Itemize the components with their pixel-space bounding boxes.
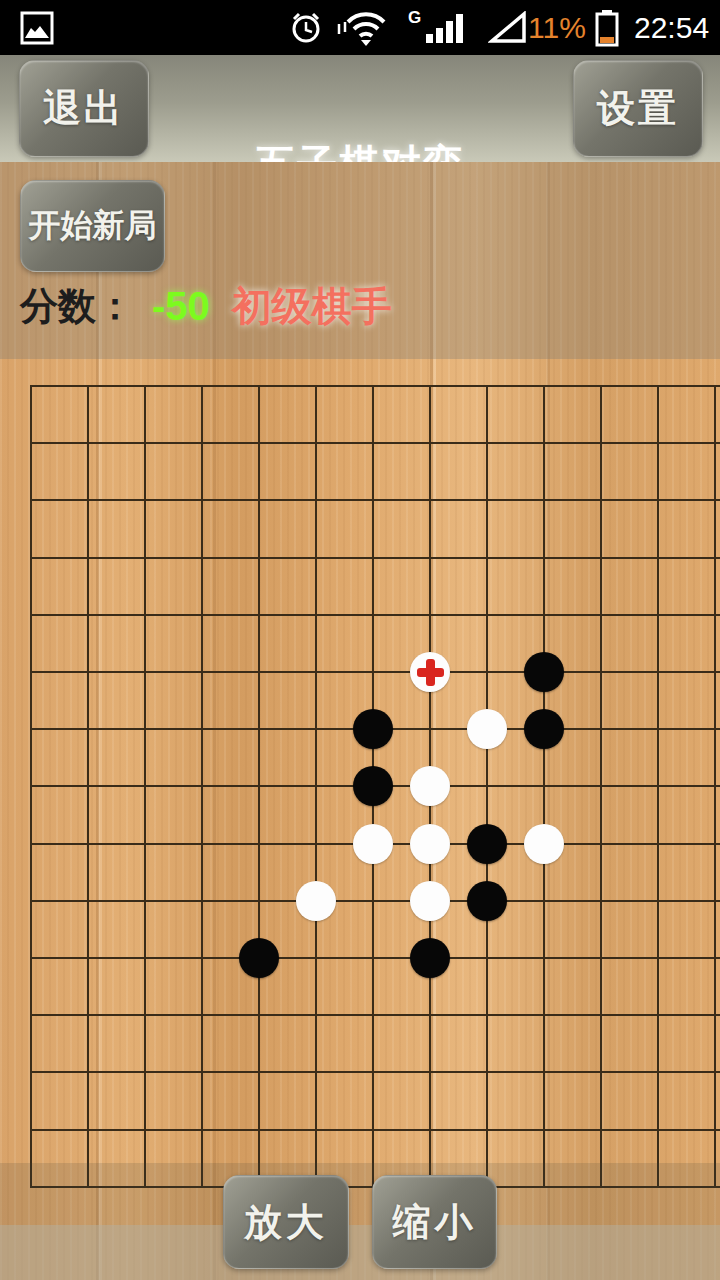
last-move-cross-icon — [410, 652, 450, 692]
clock-text: 22:54 — [634, 0, 709, 55]
roaming-triangle-icon — [488, 0, 528, 55]
bottom-dim-strip — [0, 1163, 720, 1225]
stone-white — [410, 881, 450, 921]
exit-button[interactable]: 退出 — [19, 60, 149, 157]
stone-black — [239, 938, 279, 978]
level-label: 初级棋手 — [232, 279, 392, 334]
board-area — [0, 359, 720, 1280]
stone-black — [524, 652, 564, 692]
stone-white — [296, 881, 336, 921]
score-row: 分数： -50 初级棋手 — [20, 280, 392, 332]
new-game-button[interactable]: 开始新局 — [20, 180, 165, 272]
stone-black — [353, 766, 393, 806]
stone-black — [524, 709, 564, 749]
stone-black — [353, 709, 393, 749]
stone-white — [410, 766, 450, 806]
stone-white — [410, 824, 450, 864]
network-type-letter: G — [408, 8, 421, 28]
score-panel: 开始新局 分数： -50 初级棋手 — [0, 162, 720, 359]
app-screen: G 11% 22:54 五子棋对弈 退出 设置 — [0, 0, 720, 1280]
stone-white — [467, 709, 507, 749]
stone-white — [353, 824, 393, 864]
battery-percent-text: 11% — [528, 0, 586, 55]
stone-white — [524, 824, 564, 864]
screenshot-thumbnail-icon — [20, 0, 54, 55]
bottom-bar — [0, 1225, 720, 1280]
score-label: 分数： — [20, 281, 134, 332]
stone-white-last-move — [410, 652, 450, 692]
stone-black — [467, 881, 507, 921]
wifi-icon — [344, 0, 388, 55]
board-grid[interactable] — [30, 385, 720, 1188]
zoom-in-button[interactable]: 放大 — [223, 1175, 349, 1269]
settings-button[interactable]: 设置 — [573, 60, 703, 157]
score-value: -50 — [152, 284, 210, 329]
battery-low-icon — [594, 0, 620, 55]
signal-bars-icon — [426, 0, 466, 55]
status-bar: G 11% 22:54 — [0, 0, 720, 55]
alarm-icon — [288, 0, 324, 55]
zoom-out-button[interactable]: 缩小 — [372, 1175, 497, 1269]
stone-black — [410, 938, 450, 978]
stone-black — [467, 824, 507, 864]
